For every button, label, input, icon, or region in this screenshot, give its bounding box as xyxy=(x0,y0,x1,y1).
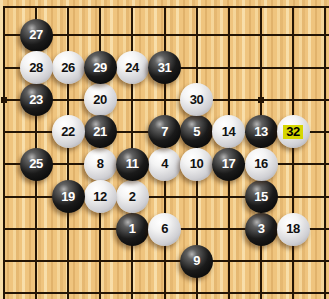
grid-line-horizontal xyxy=(3,6,329,8)
stone-4[interactable]: 4 xyxy=(148,148,181,181)
stone-13[interactable]: 13 xyxy=(245,115,278,148)
move-number: 5 xyxy=(193,125,200,139)
stone-15[interactable]: 15 xyxy=(245,180,278,213)
stone-6[interactable]: 6 xyxy=(148,213,181,246)
move-number: 11 xyxy=(126,157,139,171)
stone-23[interactable]: 23 xyxy=(20,83,53,116)
stone-20[interactable]: 20 xyxy=(84,83,117,116)
move-number: 6 xyxy=(161,222,168,236)
grid-line-vertical xyxy=(324,6,326,299)
move-number: 7 xyxy=(161,125,168,139)
stone-29[interactable]: 29 xyxy=(84,51,117,84)
stone-24[interactable]: 24 xyxy=(116,51,149,84)
move-number: 3 xyxy=(258,222,265,236)
move-number: 25 xyxy=(29,157,42,171)
stone-9[interactable]: 9 xyxy=(180,245,213,278)
stone-10[interactable]: 10 xyxy=(180,148,213,181)
move-number: 4 xyxy=(161,157,168,171)
stone-32[interactable]: 32 xyxy=(277,115,310,148)
grid-line-horizontal xyxy=(3,292,329,294)
move-number: 26 xyxy=(61,61,74,75)
move-number: 17 xyxy=(222,157,235,171)
move-number: 16 xyxy=(254,157,267,171)
stone-2[interactable]: 2 xyxy=(116,180,149,213)
move-number: 21 xyxy=(93,125,106,139)
move-number: 18 xyxy=(286,222,299,236)
go-board[interactable]: 1234567891011121314151617181920212223242… xyxy=(0,0,329,299)
stone-16[interactable]: 16 xyxy=(245,148,278,181)
move-number: 29 xyxy=(93,61,106,75)
move-number: 23 xyxy=(29,93,42,107)
stone-14[interactable]: 14 xyxy=(212,115,245,148)
grid-line-vertical xyxy=(67,6,69,299)
move-number: 31 xyxy=(158,61,171,75)
stone-8[interactable]: 8 xyxy=(84,148,117,181)
move-number: 12 xyxy=(93,190,106,204)
stone-22[interactable]: 22 xyxy=(52,115,85,148)
stone-30[interactable]: 30 xyxy=(180,83,213,116)
move-number: 9 xyxy=(193,254,200,268)
stone-21[interactable]: 21 xyxy=(84,115,117,148)
move-number: 2 xyxy=(129,190,136,204)
move-number: 15 xyxy=(254,190,267,204)
stone-11[interactable]: 11 xyxy=(116,148,149,181)
grid-line-vertical xyxy=(3,6,5,299)
stone-19[interactable]: 19 xyxy=(52,180,85,213)
stone-3[interactable]: 3 xyxy=(245,213,278,246)
stone-28[interactable]: 28 xyxy=(20,51,53,84)
grid-line-vertical xyxy=(292,6,294,299)
stone-31[interactable]: 31 xyxy=(148,51,181,84)
stone-18[interactable]: 18 xyxy=(277,213,310,246)
grid-line-horizontal xyxy=(3,260,329,262)
stone-12[interactable]: 12 xyxy=(84,180,117,213)
move-number: 22 xyxy=(61,125,74,139)
stone-17[interactable]: 17 xyxy=(212,148,245,181)
stone-25[interactable]: 25 xyxy=(20,148,53,181)
stone-7[interactable]: 7 xyxy=(148,115,181,148)
move-number: 8 xyxy=(97,157,104,171)
star-point xyxy=(258,97,264,103)
move-number: 1 xyxy=(129,222,136,236)
move-number: 24 xyxy=(125,61,138,75)
last-move-number: 32 xyxy=(283,125,302,139)
move-number: 27 xyxy=(29,28,42,42)
stone-1[interactable]: 1 xyxy=(116,213,149,246)
stone-27[interactable]: 27 xyxy=(20,19,53,52)
move-number: 19 xyxy=(61,190,74,204)
move-number: 20 xyxy=(93,93,106,107)
move-number: 10 xyxy=(190,157,203,171)
stone-5[interactable]: 5 xyxy=(180,115,213,148)
stone-26[interactable]: 26 xyxy=(52,51,85,84)
star-point xyxy=(1,97,7,103)
move-number: 13 xyxy=(254,125,267,139)
move-number: 30 xyxy=(190,93,203,107)
move-number: 28 xyxy=(29,61,42,75)
move-number: 14 xyxy=(222,125,235,139)
